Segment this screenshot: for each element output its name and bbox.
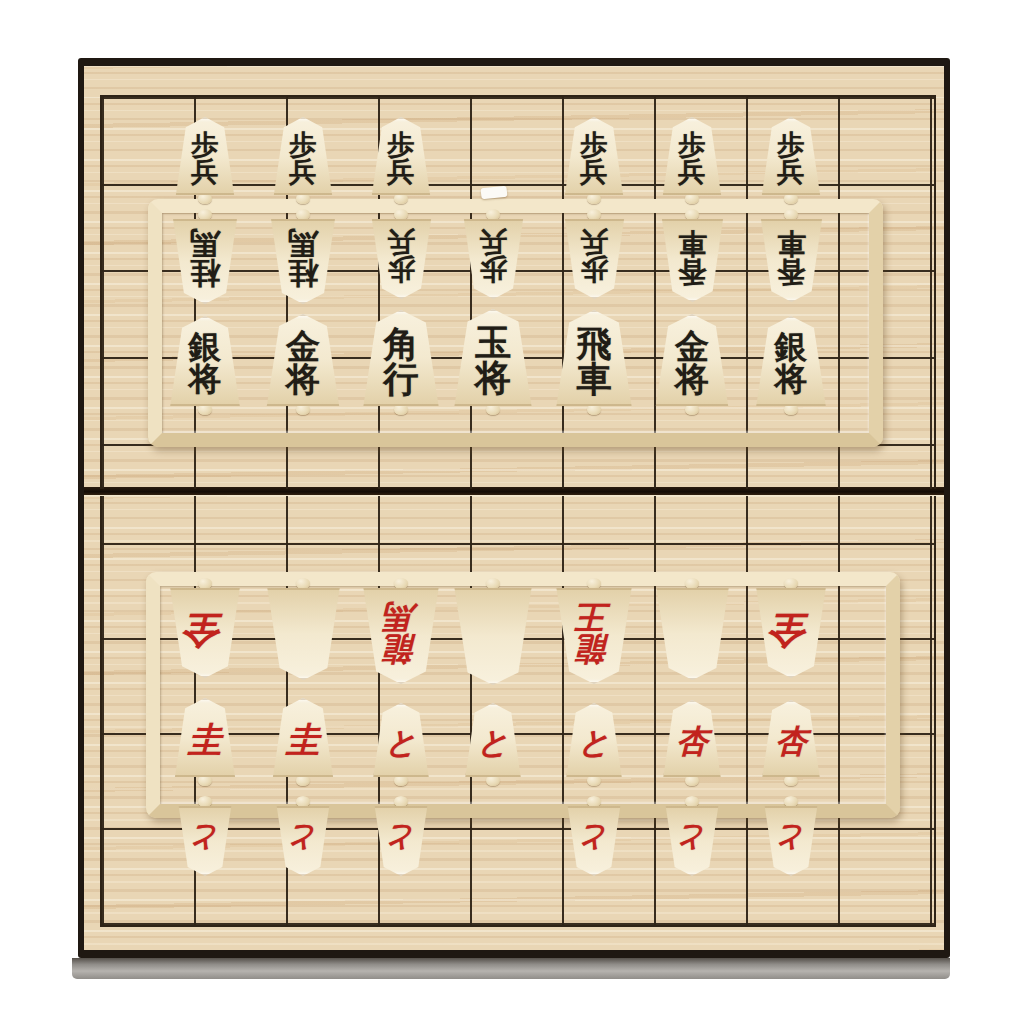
board-side-edge <box>72 958 950 979</box>
sprue-nub <box>394 209 408 220</box>
sprue-nub <box>685 796 699 807</box>
photo-stage: 歩兵歩兵歩兵歩兵歩兵歩兵桂馬桂馬歩兵歩兵歩兵香車香車銀将金将角行玉将飛車金将銀将… <box>0 0 1024 1024</box>
sprue-nub <box>587 578 601 589</box>
sprue-nub <box>394 796 408 807</box>
sprue-nub <box>486 209 500 220</box>
piece-kanji: 飛車 <box>576 320 611 396</box>
piece-kanji: 桂馬 <box>288 229 318 294</box>
piece-kanji: 歩兵 <box>289 126 316 185</box>
sprue-nub <box>198 578 212 589</box>
sprue-nub <box>198 209 212 220</box>
piece-kanji: 歩兵 <box>678 126 705 185</box>
sprue-nub <box>685 578 699 589</box>
piece-kanji: と <box>578 722 609 757</box>
sprue-nub <box>784 209 798 220</box>
piece-kanji: 角行 <box>383 320 418 396</box>
piece-kanji: 龍馬 <box>385 601 417 671</box>
piece-kanji: 圭 <box>188 718 221 756</box>
piece-kanji: 玉将 <box>475 318 511 396</box>
piece-kanji: と <box>477 722 508 757</box>
piece-kanji: と <box>190 824 220 858</box>
sprue-nub <box>394 578 408 589</box>
piece-kanji: 香車 <box>678 230 707 292</box>
piece-kanji: と <box>385 722 416 757</box>
sprue-nub <box>198 796 212 807</box>
piece-kanji: 圭 <box>286 718 319 756</box>
piece-kanji: 金将 <box>675 323 709 396</box>
sprue-nub <box>685 209 699 220</box>
piece-kanji: 歩兵 <box>777 126 804 185</box>
sprue-nub <box>587 209 601 220</box>
piece-kanji: 歩兵 <box>387 126 414 185</box>
piece-kanji: 龍王 <box>578 601 610 671</box>
sprue-nub <box>784 796 798 807</box>
piece-kanji: と <box>386 824 416 858</box>
piece-kanji: 歩兵 <box>191 126 218 185</box>
piece-kanji: 歩兵 <box>479 229 507 289</box>
piece-kanji: 歩兵 <box>580 126 607 185</box>
piece-kanji: 歩兵 <box>580 229 608 289</box>
piece-kanji: 金将 <box>286 323 320 396</box>
piece-kanji: と <box>579 824 609 858</box>
piece-kanji: 全 <box>186 611 224 655</box>
sprue-nub <box>296 796 310 807</box>
piece-kanji: 杏 <box>676 720 708 757</box>
piece-kanji: 銀将 <box>775 326 808 396</box>
piece-kanji: と <box>677 824 707 858</box>
sprue-nub <box>486 578 500 589</box>
piece-kanji: 杏 <box>775 720 807 757</box>
piece-kanji: 全 <box>772 611 810 655</box>
piece-kanji: 香車 <box>777 230 806 292</box>
sprue-nub <box>296 578 310 589</box>
sprue-nub <box>587 796 601 807</box>
piece-kanji: 銀将 <box>189 326 222 396</box>
sprue-nub <box>296 209 310 220</box>
sprue-nub <box>784 578 798 589</box>
piece-kanji: 歩兵 <box>387 229 415 289</box>
piece-kanji: と <box>288 824 318 858</box>
piece-kanji: と <box>776 824 806 858</box>
piece-kanji: 桂馬 <box>190 229 220 294</box>
